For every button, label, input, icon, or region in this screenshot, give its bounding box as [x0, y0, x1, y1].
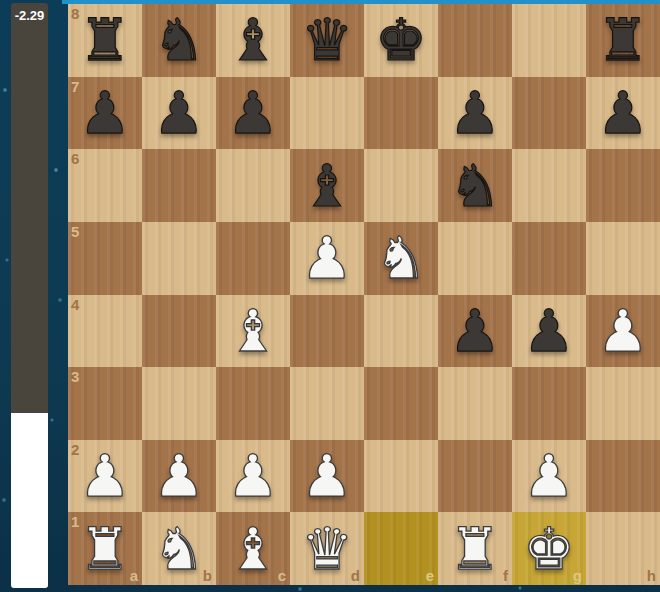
square-g1[interactable]: g♚: [512, 512, 586, 585]
piece-black-knight[interactable]: ♞: [153, 11, 205, 69]
square-d6[interactable]: ♝: [290, 149, 364, 222]
piece-black-pawn[interactable]: ♟: [449, 302, 501, 360]
piece-black-pawn[interactable]: ♟: [79, 84, 131, 142]
piece-black-bishop[interactable]: ♝: [227, 11, 279, 69]
piece-white-pawn[interactable]: ♟: [79, 447, 131, 505]
piece-black-king[interactable]: ♚: [375, 11, 427, 69]
square-b4[interactable]: [142, 295, 216, 368]
square-d2[interactable]: ♟: [290, 440, 364, 513]
evaluation-bar-white-section: [11, 413, 48, 589]
square-f2[interactable]: [438, 440, 512, 513]
square-f7[interactable]: ♟: [438, 77, 512, 150]
square-b2[interactable]: ♟: [142, 440, 216, 513]
piece-white-bishop[interactable]: ♝: [227, 520, 279, 578]
evaluation-score: -2.29: [11, 8, 48, 23]
square-e7[interactable]: [364, 77, 438, 150]
square-a5[interactable]: 5: [68, 222, 142, 295]
rank-label-6: 6: [71, 151, 79, 166]
square-c7[interactable]: ♟: [216, 77, 290, 150]
square-g6[interactable]: [512, 149, 586, 222]
square-d1[interactable]: d♛: [290, 512, 364, 585]
chess-board[interactable]: 8♜♞♝♛♚♜7♟♟♟♟♟6♝♞5♟♞4♝♟♟♟32♟♟♟♟♟1a♜b♞c♝d♛…: [68, 4, 660, 585]
square-g7[interactable]: [512, 77, 586, 150]
rank-label-3: 3: [71, 369, 79, 384]
square-f5[interactable]: [438, 222, 512, 295]
chess-analysis-screen: { "game": "chess", "position": { "fen": …: [0, 0, 660, 592]
square-c5[interactable]: [216, 222, 290, 295]
piece-white-rook[interactable]: ♜: [449, 520, 501, 578]
piece-white-pawn[interactable]: ♟: [301, 447, 353, 505]
square-h4[interactable]: ♟: [586, 295, 660, 368]
square-a7[interactable]: 7♟: [68, 77, 142, 150]
square-a1[interactable]: 1a♜: [68, 512, 142, 585]
piece-black-rook[interactable]: ♜: [79, 11, 131, 69]
square-d3[interactable]: [290, 367, 364, 440]
square-d8[interactable]: ♛: [290, 4, 364, 77]
square-c1[interactable]: c♝: [216, 512, 290, 585]
square-a8[interactable]: 8♜: [68, 4, 142, 77]
square-a4[interactable]: 4: [68, 295, 142, 368]
square-a6[interactable]: 6: [68, 149, 142, 222]
square-h8[interactable]: ♜: [586, 4, 660, 77]
piece-black-pawn[interactable]: ♟: [227, 84, 279, 142]
square-f8[interactable]: [438, 4, 512, 77]
piece-black-pawn[interactable]: ♟: [153, 84, 205, 142]
piece-black-bishop[interactable]: ♝: [301, 157, 353, 215]
piece-white-pawn[interactable]: ♟: [597, 302, 649, 360]
square-b3[interactable]: [142, 367, 216, 440]
square-g3[interactable]: [512, 367, 586, 440]
piece-white-rook[interactable]: ♜: [79, 520, 131, 578]
square-f3[interactable]: [438, 367, 512, 440]
square-c8[interactable]: ♝: [216, 4, 290, 77]
piece-white-bishop[interactable]: ♝: [227, 302, 279, 360]
piece-white-pawn[interactable]: ♟: [227, 447, 279, 505]
square-a3[interactable]: 3: [68, 367, 142, 440]
square-e3[interactable]: [364, 367, 438, 440]
square-e6[interactable]: [364, 149, 438, 222]
piece-white-pawn[interactable]: ♟: [153, 447, 205, 505]
piece-white-knight[interactable]: ♞: [153, 520, 205, 578]
file-label-h: h: [647, 568, 656, 583]
piece-white-knight[interactable]: ♞: [375, 229, 427, 287]
square-e1[interactable]: e: [364, 512, 438, 585]
square-b5[interactable]: [142, 222, 216, 295]
evaluation-bar: -2.29: [11, 3, 48, 588]
square-d5[interactable]: ♟: [290, 222, 364, 295]
square-b7[interactable]: ♟: [142, 77, 216, 150]
piece-white-king[interactable]: ♚: [523, 520, 575, 578]
rank-label-5: 5: [71, 224, 79, 239]
square-b8[interactable]: ♞: [142, 4, 216, 77]
square-c2[interactable]: ♟: [216, 440, 290, 513]
file-label-f: f: [503, 568, 508, 583]
piece-black-pawn[interactable]: ♟: [523, 302, 575, 360]
square-b1[interactable]: b♞: [142, 512, 216, 585]
square-e5[interactable]: ♞: [364, 222, 438, 295]
square-h2[interactable]: [586, 440, 660, 513]
square-c6[interactable]: [216, 149, 290, 222]
square-h3[interactable]: [586, 367, 660, 440]
square-d7[interactable]: [290, 77, 364, 150]
square-h6[interactable]: [586, 149, 660, 222]
piece-black-knight[interactable]: ♞: [449, 157, 501, 215]
square-h1[interactable]: h: [586, 512, 660, 585]
square-h7[interactable]: ♟: [586, 77, 660, 150]
piece-black-queen[interactable]: ♛: [301, 11, 353, 69]
piece-black-rook[interactable]: ♜: [597, 11, 649, 69]
square-d4[interactable]: [290, 295, 364, 368]
file-label-e: e: [426, 568, 434, 583]
square-g4[interactable]: ♟: [512, 295, 586, 368]
piece-white-queen[interactable]: ♛: [301, 520, 353, 578]
square-f6[interactable]: ♞: [438, 149, 512, 222]
piece-white-pawn[interactable]: ♟: [523, 447, 575, 505]
square-a2[interactable]: 2♟: [68, 440, 142, 513]
square-e8[interactable]: ♚: [364, 4, 438, 77]
square-f4[interactable]: ♟: [438, 295, 512, 368]
piece-white-pawn[interactable]: ♟: [301, 229, 353, 287]
square-c4[interactable]: ♝: [216, 295, 290, 368]
square-e4[interactable]: [364, 295, 438, 368]
piece-black-pawn[interactable]: ♟: [597, 84, 649, 142]
rank-label-4: 4: [71, 297, 79, 312]
square-f1[interactable]: f♜: [438, 512, 512, 585]
square-b6[interactable]: [142, 149, 216, 222]
square-c3[interactable]: [216, 367, 290, 440]
square-e2[interactable]: [364, 440, 438, 513]
square-g8[interactable]: [512, 4, 586, 77]
square-g5[interactable]: [512, 222, 586, 295]
square-g2[interactable]: ♟: [512, 440, 586, 513]
square-h5[interactable]: [586, 222, 660, 295]
piece-black-pawn[interactable]: ♟: [449, 84, 501, 142]
